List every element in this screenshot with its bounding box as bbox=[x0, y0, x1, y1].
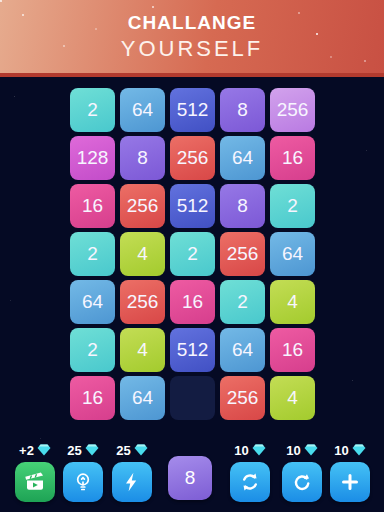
bolt-cost-label: 25 bbox=[102, 442, 162, 458]
empty-cell bbox=[170, 376, 215, 420]
tile-256[interactable]: 256 bbox=[120, 280, 165, 324]
tile-2[interactable]: 2 bbox=[270, 184, 315, 228]
undo-group: 10 bbox=[282, 462, 322, 502]
bolt-cost-amount: 25 bbox=[116, 443, 130, 458]
tile-2[interactable]: 2 bbox=[70, 232, 115, 276]
gem-icon bbox=[37, 444, 51, 456]
tile-64[interactable]: 64 bbox=[270, 232, 315, 276]
add-tile-cost-amount: 10 bbox=[334, 443, 348, 458]
tile-16[interactable]: 16 bbox=[170, 280, 215, 324]
tile-256[interactable]: 256 bbox=[170, 136, 215, 180]
board: 2645128256128825664161625651282242256646… bbox=[70, 88, 315, 420]
tile-8[interactable]: 8 bbox=[220, 184, 265, 228]
tile-512[interactable]: 512 bbox=[170, 328, 215, 372]
header-title-line1: CHALLANGE bbox=[0, 0, 384, 34]
tile-16[interactable]: 16 bbox=[70, 184, 115, 228]
tile-256[interactable]: 256 bbox=[120, 184, 165, 228]
tile-2[interactable]: 2 bbox=[170, 232, 215, 276]
bolt-icon bbox=[120, 470, 144, 494]
swap-cost-amount: 10 bbox=[234, 443, 248, 458]
gem-icon bbox=[352, 444, 366, 456]
gem-icon bbox=[252, 444, 266, 456]
add-tile-cost-label: 10 bbox=[320, 442, 380, 458]
bolt-group: 25 bbox=[112, 462, 152, 502]
swap-button[interactable] bbox=[230, 462, 270, 502]
tile-4[interactable]: 4 bbox=[270, 280, 315, 324]
tile-4[interactable]: 4 bbox=[120, 232, 165, 276]
undo-cost-amount: 10 bbox=[286, 443, 300, 458]
next-tile-value: 8 bbox=[185, 467, 196, 489]
lightbulb-icon bbox=[71, 470, 95, 494]
tile-16[interactable]: 16 bbox=[270, 136, 315, 180]
bolt-button[interactable] bbox=[112, 462, 152, 502]
tile-16[interactable]: 16 bbox=[270, 328, 315, 372]
tile-8[interactable]: 8 bbox=[120, 136, 165, 180]
header-banner: CHALLANGE YOURSELF bbox=[0, 0, 384, 77]
tile-256[interactable]: 256 bbox=[220, 376, 265, 420]
gem-icon bbox=[85, 444, 99, 456]
undo-icon bbox=[290, 470, 314, 494]
watch-ad-reward-amount: +2 bbox=[19, 443, 34, 458]
tile-64[interactable]: 64 bbox=[120, 88, 165, 132]
tile-256[interactable]: 256 bbox=[220, 232, 265, 276]
tile-8[interactable]: 8 bbox=[220, 88, 265, 132]
swap-icon bbox=[238, 470, 262, 494]
tile-256[interactable]: 256 bbox=[270, 88, 315, 132]
gem-icon bbox=[304, 444, 318, 456]
tile-64[interactable]: 64 bbox=[220, 136, 265, 180]
tile-64[interactable]: 64 bbox=[120, 376, 165, 420]
next-tile[interactable]: 8 bbox=[168, 456, 212, 500]
tile-2[interactable]: 2 bbox=[70, 328, 115, 372]
header-title-line2: YOURSELF bbox=[0, 34, 384, 62]
tile-64[interactable]: 64 bbox=[70, 280, 115, 324]
tile-16[interactable]: 16 bbox=[70, 376, 115, 420]
tile-2[interactable]: 2 bbox=[70, 88, 115, 132]
hint-group: 25 bbox=[63, 462, 103, 502]
gem-icon bbox=[134, 444, 148, 456]
tile-4[interactable]: 4 bbox=[270, 376, 315, 420]
tile-2[interactable]: 2 bbox=[220, 280, 265, 324]
hint-button[interactable] bbox=[63, 462, 103, 502]
plus-icon bbox=[338, 470, 362, 494]
tile-512[interactable]: 512 bbox=[170, 184, 215, 228]
watch-ad-button[interactable] bbox=[15, 462, 55, 502]
tile-512[interactable]: 512 bbox=[170, 88, 215, 132]
clapperboard-icon bbox=[23, 470, 47, 494]
swap-cost-label: 10 bbox=[220, 442, 280, 458]
tile-128[interactable]: 128 bbox=[70, 136, 115, 180]
add-tile-group: 10 bbox=[330, 462, 370, 502]
add-tile-button[interactable] bbox=[330, 462, 370, 502]
watch-ad-group: +2 bbox=[15, 462, 55, 502]
swap-group: 10 bbox=[230, 462, 270, 502]
hint-cost-amount: 25 bbox=[67, 443, 81, 458]
tile-4[interactable]: 4 bbox=[120, 328, 165, 372]
star-field-background bbox=[0, 0, 1, 1]
tile-64[interactable]: 64 bbox=[220, 328, 265, 372]
undo-button[interactable] bbox=[282, 462, 322, 502]
